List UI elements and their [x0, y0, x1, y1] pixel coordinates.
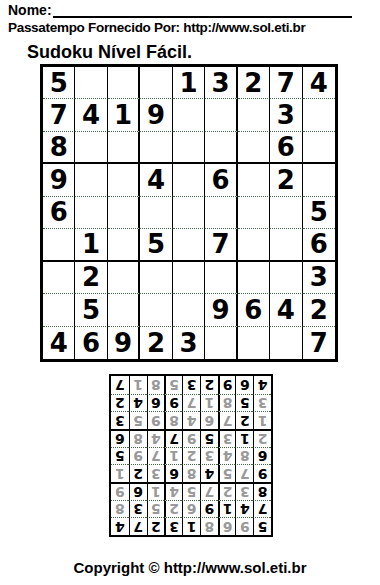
copyright-line: Copyright © http://www.sol.eti.br	[0, 559, 380, 576]
solution-cell-solved: 1	[164, 447, 182, 465]
solution-cell-solved: 8	[129, 429, 147, 447]
puzzle-cell-empty	[173, 262, 205, 294]
puzzle-cell-given: 7	[270, 67, 302, 99]
solution-cell-solved: 7	[200, 482, 218, 500]
puzzle-cell-empty	[140, 197, 172, 229]
puzzle-cell-empty	[140, 67, 172, 99]
puzzle-cell-empty	[108, 197, 140, 229]
puzzle-cell-empty	[108, 229, 140, 261]
puzzle-cell-given: 4	[270, 294, 302, 326]
solution-cell-given: 5	[200, 429, 218, 447]
puzzle-cell-empty	[173, 197, 205, 229]
solution-cell-given: 7	[253, 500, 271, 518]
solution-cell-solved: 5	[129, 411, 147, 429]
solution-grid-upside-down: 5968132747419625388327541699754863216843…	[109, 374, 273, 537]
solution-cell-solved: 2	[253, 429, 271, 447]
solution-cell-solved: 7	[235, 464, 253, 482]
solution-cell-solved: 8	[200, 517, 218, 535]
solution-cell-given: 6	[253, 447, 271, 465]
solution-cell-solved: 6	[200, 411, 218, 429]
puzzle-cell-given: 7	[205, 229, 237, 261]
solution-cell-given: 2	[235, 411, 253, 429]
puzzle-cell-empty	[303, 99, 335, 131]
solution-cell-solved: 7	[218, 411, 236, 429]
solution-cell-solved: 8	[182, 464, 200, 482]
solution-cell-given: 1	[218, 500, 236, 518]
name-row: Nome:	[8, 2, 352, 18]
solution-cell-solved: 8	[164, 411, 182, 429]
solution-cell-given: 5	[235, 394, 253, 412]
puzzle-cell-empty	[238, 229, 270, 261]
solution-cell-solved: 9	[182, 429, 200, 447]
puzzle-cell-empty	[75, 132, 107, 164]
puzzle-cell-empty	[108, 164, 140, 196]
sudoku-grid: 513274741938694626515762359642469237	[40, 64, 338, 362]
puzzle-cell-empty	[303, 132, 335, 164]
puzzle-cell-empty	[303, 164, 335, 196]
puzzle-cell-given: 1	[75, 229, 107, 261]
solution-cell-solved: 5	[182, 482, 200, 500]
printable-sudoku-page: Nome: Passatempo Fornecido Por: http://w…	[0, 0, 380, 585]
solution-cell-given: 2	[200, 376, 218, 394]
puzzle-cell-given: 2	[238, 67, 270, 99]
puzzle-cell-given: 7	[303, 327, 335, 359]
solution-cell-solved: 9	[235, 517, 253, 535]
puzzle-cell-empty	[238, 197, 270, 229]
solution-cell-solved: 1	[111, 464, 129, 482]
puzzle-cell-empty	[108, 67, 140, 99]
puzzle-cell-empty	[108, 262, 140, 294]
solution-cell-given: 4	[200, 464, 218, 482]
puzzle-cell-given: 1	[173, 67, 205, 99]
puzzle-cell-empty	[140, 132, 172, 164]
puzzle-cell-empty	[205, 262, 237, 294]
puzzle-cell-given: 9	[108, 327, 140, 359]
puzzle-cell-given: 1	[108, 99, 140, 131]
puzzle-cell-empty	[205, 99, 237, 131]
solution-cell-given: 7	[129, 517, 147, 535]
solution-cell-solved: 2	[182, 447, 200, 465]
solution-cell-solved: 5	[218, 464, 236, 482]
puzzle-cell-empty	[173, 99, 205, 131]
solution-cell-given: 6	[129, 482, 147, 500]
puzzle-cell-empty	[238, 327, 270, 359]
puzzle-cell-given: 2	[140, 327, 172, 359]
solution-cell-solved: 6	[182, 500, 200, 518]
solution-cell-solved: 1	[147, 482, 165, 500]
solution-cell-solved: 9	[147, 411, 165, 429]
puzzle-cell-given: 5	[43, 67, 75, 99]
solution-cell-solved: 4	[147, 429, 165, 447]
puzzle-cell-empty	[75, 67, 107, 99]
puzzle-cell-given: 7	[43, 99, 75, 131]
puzzle-cell-given: 4	[140, 164, 172, 196]
puzzle-cell-empty	[43, 262, 75, 294]
puzzle-cell-empty	[205, 197, 237, 229]
solution-cell-given: 5	[253, 517, 271, 535]
puzzle-cell-empty	[173, 229, 205, 261]
puzzle-cell-given: 2	[270, 164, 302, 196]
solution-cell-given: 6	[235, 376, 253, 394]
puzzle-cell-given: 5	[75, 294, 107, 326]
solution-cell-solved: 8	[147, 376, 165, 394]
solution-cell-solved: 9	[111, 482, 129, 500]
puzzle-cell-empty	[238, 262, 270, 294]
puzzle-cell-empty	[108, 132, 140, 164]
puzzle-cell-given: 6	[303, 229, 335, 261]
puzzle-cell-given: 8	[43, 132, 75, 164]
puzzle-cell-empty	[205, 132, 237, 164]
puzzle-cell-empty	[270, 229, 302, 261]
puzzle-cell-given: 6	[238, 294, 270, 326]
solution-cell-solved: 3	[200, 447, 218, 465]
puzzle-cell-given: 9	[205, 294, 237, 326]
puzzle-cell-given: 6	[205, 164, 237, 196]
solution-cell-solved: 8	[111, 500, 129, 518]
solution-cell-given: 3	[111, 411, 129, 429]
solution-cell-solved: 1	[129, 376, 147, 394]
solution-cell-given: 5	[111, 447, 129, 465]
puzzle-cell-empty	[238, 164, 270, 196]
solution-cell-given: 7	[164, 429, 182, 447]
solution-cell-solved: 5	[147, 500, 165, 518]
solution-cell-given: 4	[111, 517, 129, 535]
solution-cell-given: 6	[164, 464, 182, 482]
puzzle-cell-empty	[43, 229, 75, 261]
solution-cell-given: 4	[129, 394, 147, 412]
puzzle-cell-empty	[173, 132, 205, 164]
puzzle-cell-empty	[238, 99, 270, 131]
puzzle-cell-given: 4	[43, 327, 75, 359]
solution-cell-solved: 3	[235, 482, 253, 500]
puzzle-cell-given: 9	[140, 99, 172, 131]
solution-cell-given: 9	[253, 464, 271, 482]
puzzle-cell-given: 3	[270, 99, 302, 131]
puzzle-cell-given: 4	[75, 99, 107, 131]
name-label: Nome:	[8, 2, 52, 18]
puzzle-cell-empty	[75, 164, 107, 196]
puzzle-cell-given: 3	[303, 262, 335, 294]
solution-cell-given: 1	[235, 429, 253, 447]
solution-cell-solved: 1	[200, 394, 218, 412]
puzzle-cell-given: 9	[43, 164, 75, 196]
puzzle-cell-empty	[270, 197, 302, 229]
puzzle-cell-empty	[173, 164, 205, 196]
solution-cell-given: 3	[129, 500, 147, 518]
solution-cell-given: 3	[182, 376, 200, 394]
puzzle-cell-empty	[75, 197, 107, 229]
puzzle-cell-given: 2	[75, 262, 107, 294]
puzzle-cell-given: 3	[205, 67, 237, 99]
solution-cell-given: 4	[253, 376, 271, 394]
solution-cell-solved: 8	[218, 394, 236, 412]
solution-cell-solved: 8	[235, 447, 253, 465]
solution-cell-given: 9	[164, 394, 182, 412]
solution-cell-solved: 2	[218, 482, 236, 500]
solution-cell-given: 2	[129, 464, 147, 482]
solution-cell-given: 9	[200, 500, 218, 518]
solution-cell-solved: 6	[218, 517, 236, 535]
solution-cell-solved: 7	[182, 394, 200, 412]
solution-cell-solved: 7	[147, 447, 165, 465]
puzzle-cell-given: 4	[303, 67, 335, 99]
solution-cell-solved: 4	[218, 447, 236, 465]
provider-line: Passatempo Fornecido Por: http://www.sol…	[8, 20, 305, 35]
solution-cell-solved: 4	[164, 482, 182, 500]
puzzle-cell-given: 5	[140, 229, 172, 261]
puzzle-cell-empty	[238, 132, 270, 164]
puzzle-cell-empty	[173, 294, 205, 326]
solution-cell-given: 7	[111, 376, 129, 394]
solution-cell-given: 9	[218, 376, 236, 394]
puzzle-cell-given: 5	[303, 197, 335, 229]
puzzle-cell-empty	[270, 327, 302, 359]
solution-cell-given: 6	[147, 394, 165, 412]
puzzle-cell-given: 6	[270, 132, 302, 164]
puzzle-cell-empty	[205, 327, 237, 359]
puzzle-cell-given: 2	[303, 294, 335, 326]
solution-cell-solved: 5	[164, 376, 182, 394]
solution-cell-solved: 3	[218, 429, 236, 447]
solution-cell-given: 1	[182, 517, 200, 535]
solution-cell-given: 2	[147, 517, 165, 535]
solution-cell-solved: 4	[182, 411, 200, 429]
solution-cell-given: 8	[253, 482, 271, 500]
puzzle-cell-empty	[270, 262, 302, 294]
solution-cell-given: 2	[111, 394, 129, 412]
puzzle-cell-given: 3	[173, 327, 205, 359]
solution-cell-solved: 1	[253, 411, 271, 429]
solution-cell-solved: 2	[164, 500, 182, 518]
solution-cell-given: 3	[164, 517, 182, 535]
puzzle-cell-empty	[108, 294, 140, 326]
puzzle-cell-given: 6	[43, 197, 75, 229]
puzzle-cell-given: 6	[75, 327, 107, 359]
page-title: Sudoku Nível Fácil.	[27, 42, 192, 63]
puzzle-cell-empty	[43, 294, 75, 326]
puzzle-cell-empty	[140, 294, 172, 326]
name-fill-line	[53, 3, 352, 18]
solution-cell-solved: 3	[253, 394, 271, 412]
puzzle-cell-empty	[140, 262, 172, 294]
solution-cell-solved: 9	[129, 447, 147, 465]
solution-cell-given: 4	[235, 500, 253, 518]
solution-cell-solved: 3	[147, 464, 165, 482]
solution-cell-given: 6	[111, 429, 129, 447]
